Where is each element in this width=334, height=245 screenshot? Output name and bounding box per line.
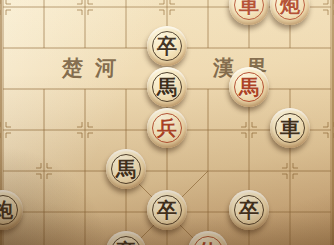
red-soldier-glyph: 兵 <box>147 108 187 148</box>
black-cannon-glyph: 炮 <box>0 190 23 230</box>
piece-black-soldier[interactable]: 卒 <box>147 26 187 66</box>
piece-black-horse[interactable]: 馬 <box>147 67 187 107</box>
piece-black-horse[interactable]: 馬 <box>106 149 146 189</box>
black-soldier-glyph: 卒 <box>147 26 187 66</box>
piece-red-cannon[interactable]: 炮 <box>270 0 310 25</box>
xiangqi-board[interactable]: 楚河 漢界 車炮卒馬馬兵車馬炮卒卒卒仕 <box>0 0 334 245</box>
red-horse-glyph: 馬 <box>229 67 269 107</box>
piece-black-chariot[interactable]: 車 <box>270 108 310 148</box>
piece-red-horse[interactable]: 馬 <box>229 67 269 107</box>
piece-black-soldier[interactable]: 卒 <box>147 190 187 230</box>
piece-red-soldier[interactable]: 兵 <box>147 108 187 148</box>
river-label-chu: 楚河 <box>62 55 129 81</box>
black-soldier-glyph: 卒 <box>147 190 187 230</box>
piece-red-advisor[interactable]: 仕 <box>188 231 228 245</box>
piece-black-soldier[interactable]: 卒 <box>106 231 146 245</box>
black-horse-glyph: 馬 <box>147 67 187 107</box>
piece-red-chariot[interactable]: 車 <box>229 0 269 25</box>
black-chariot-glyph: 車 <box>270 108 310 148</box>
red-chariot-glyph: 車 <box>229 0 269 25</box>
black-horse-glyph: 馬 <box>106 149 146 189</box>
red-advisor-glyph: 仕 <box>188 231 228 245</box>
piece-black-soldier[interactable]: 卒 <box>229 190 269 230</box>
piece-black-cannon[interactable]: 炮 <box>0 190 23 230</box>
black-soldier-glyph: 卒 <box>106 231 146 245</box>
black-soldier-glyph: 卒 <box>229 190 269 230</box>
red-cannon-glyph: 炮 <box>270 0 310 25</box>
